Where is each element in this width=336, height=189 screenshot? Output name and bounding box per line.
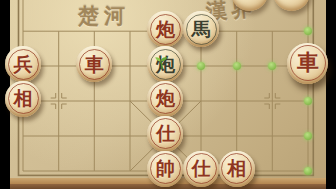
piece-glyph: 炮 <box>156 89 175 108</box>
piece-red-chariot[interactable]: 車 <box>76 46 112 82</box>
piece-glyph: 馬 <box>192 20 211 39</box>
move-hint-dot[interactable] <box>304 27 312 35</box>
piece-black-horse[interactable]: 馬 <box>183 11 219 47</box>
move-hint-dot[interactable] <box>268 62 276 70</box>
piece-red-cannon[interactable]: 炮 <box>147 81 183 117</box>
piece-red-cannon[interactable]: 炮 <box>147 11 183 47</box>
piece-glyph: 相 <box>227 159 246 178</box>
move-hint-dot[interactable] <box>197 62 205 70</box>
piece-black-cannon[interactable]: 炮 <box>147 46 183 82</box>
move-hint-dot[interactable] <box>233 62 241 70</box>
last-move-sprout-icon <box>154 55 170 71</box>
piece-glyph: 車 <box>85 55 104 74</box>
piece-red-elephant[interactable]: 相 <box>219 151 255 187</box>
piece-glyph: 炮 <box>156 20 175 39</box>
piece-red-elephant[interactable]: 相 <box>5 81 41 117</box>
piece-red-soldier[interactable]: 兵 <box>5 46 41 82</box>
piece-glyph: 仕 <box>156 124 175 143</box>
piece-red-advisor[interactable]: 仕 <box>183 151 219 187</box>
piece-glyph: 帥 <box>156 159 175 178</box>
piece-red-advisor[interactable]: 仕 <box>147 116 183 152</box>
piece-red-general[interactable]: 帥 <box>147 151 183 187</box>
xiangqi-board-screen: 楚河 漢界 炮馬兵車炮車相炮仕帥仕相 <box>0 0 336 189</box>
piece-glyph: 兵 <box>14 55 33 74</box>
move-hint-dot[interactable] <box>304 97 312 105</box>
move-hint-dot[interactable] <box>304 132 312 140</box>
move-hint-dot[interactable] <box>304 167 312 175</box>
piece-red-chariot[interactable]: 車 <box>287 43 328 84</box>
piece-glyph: 車 <box>297 52 319 74</box>
board-grid: 炮馬兵車炮車相炮仕帥仕相 <box>5 0 326 188</box>
piece-glyph: 相 <box>14 89 33 108</box>
piece-glyph: 仕 <box>192 159 211 178</box>
